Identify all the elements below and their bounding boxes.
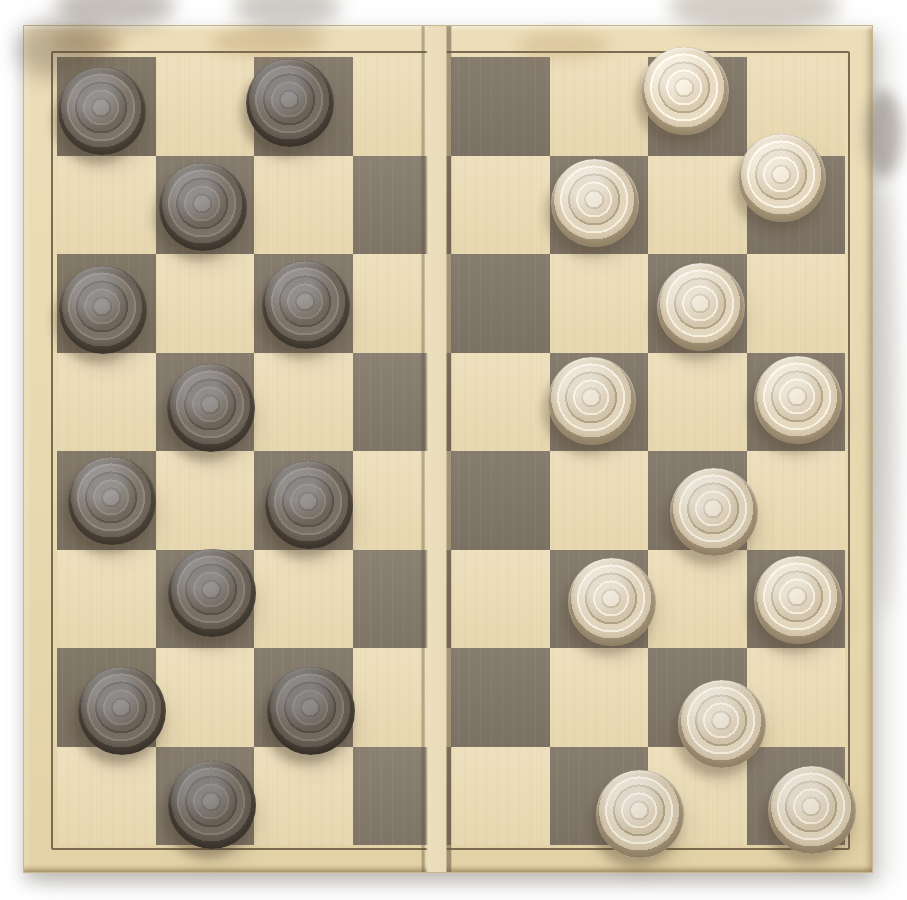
checker-light-r5c7[interactable] [754, 556, 842, 644]
checker-light-r3c5[interactable] [548, 357, 636, 445]
checker-dark-r0c0[interactable] [58, 67, 146, 155]
checker-dark-r2c2[interactable] [262, 261, 350, 349]
checker-light-r7c5[interactable] [596, 770, 684, 858]
cast-shadow-right-edge-faint [872, 186, 898, 616]
checker-light-r7c7[interactable] [768, 766, 856, 854]
checker-dark-r6c2[interactable] [267, 667, 355, 755]
checker-light-r6c6[interactable] [678, 680, 766, 768]
checkers-board [23, 25, 873, 873]
checker-dark-r0c2[interactable] [246, 59, 334, 147]
checker-light-r0c6[interactable] [641, 47, 729, 135]
checker-dark-r4c2[interactable] [265, 461, 353, 549]
playing-area [57, 57, 845, 845]
checker-dark-r4c0[interactable] [68, 457, 156, 545]
checker-dark-r2c0[interactable] [59, 266, 147, 354]
checker-light-r3c7[interactable] [754, 356, 842, 444]
checker-dark-r7c1[interactable] [168, 761, 256, 849]
checker-dark-r6c0[interactable] [78, 667, 166, 755]
photo-scene [0, 0, 907, 900]
cast-shadow-top-center [233, 0, 341, 28]
pieces-layer [57, 57, 845, 845]
checker-light-r5c5[interactable] [568, 558, 656, 646]
checker-dark-r1c1[interactable] [159, 163, 247, 251]
checker-light-r1c7[interactable] [738, 134, 826, 222]
checker-light-r1c5[interactable] [551, 159, 639, 247]
cast-shadow-top-left [55, 0, 175, 28]
checker-dark-r3c1[interactable] [167, 364, 255, 452]
checker-dark-r5c1[interactable] [168, 549, 256, 637]
checker-light-r2c6[interactable] [657, 263, 745, 351]
checker-light-r4c6[interactable] [670, 468, 758, 556]
